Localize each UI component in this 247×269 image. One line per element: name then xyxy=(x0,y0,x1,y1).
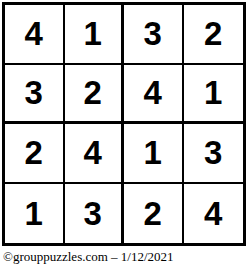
cell-r4c4: 4 xyxy=(184,184,244,244)
cell-r2c1: 3 xyxy=(5,65,65,125)
sudoku-page: 4 1 3 2 3 2 4 1 2 4 1 3 1 3 2 4 ©grouppu… xyxy=(0,0,247,269)
cell-r4c2: 3 xyxy=(65,184,125,244)
cell-r2c4: 1 xyxy=(184,65,244,125)
cell-r1c3: 3 xyxy=(124,5,184,65)
cell-r1c1: 4 xyxy=(5,5,65,65)
cell-r3c3: 1 xyxy=(124,124,184,184)
cell-r1c4: 2 xyxy=(184,5,244,65)
cell-r4c1: 1 xyxy=(5,184,65,244)
cell-r1c2: 1 xyxy=(65,5,125,65)
sudoku-board: 4 1 3 2 3 2 4 1 2 4 1 3 1 3 2 4 xyxy=(2,2,246,246)
cell-r3c2: 4 xyxy=(65,124,125,184)
cell-r2c3: 4 xyxy=(124,65,184,125)
cell-r4c3: 2 xyxy=(124,184,184,244)
copyright-text: ©grouppuzzles.com – 1/12/2021 xyxy=(3,249,174,265)
cell-r3c4: 3 xyxy=(184,124,244,184)
cell-r2c2: 2 xyxy=(65,65,125,125)
cell-r3c1: 2 xyxy=(5,124,65,184)
